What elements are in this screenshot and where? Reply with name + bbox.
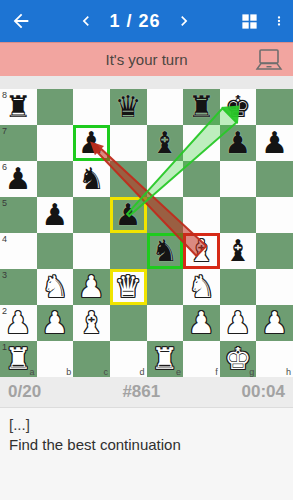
square-c4[interactable] xyxy=(73,233,110,269)
square-e7[interactable]: ♝ xyxy=(147,125,184,161)
square-f7[interactable] xyxy=(183,125,220,161)
square-g6[interactable] xyxy=(220,161,257,197)
square-a4[interactable]: 4 xyxy=(0,233,37,269)
square-f6[interactable] xyxy=(183,161,220,197)
turn-banner: It's your turn xyxy=(0,42,293,76)
file-label-b: b xyxy=(66,367,71,377)
white-knight-f3: ♞ xyxy=(183,269,220,305)
white-pawn-g2: ♟ xyxy=(220,305,257,341)
square-c1[interactable]: c xyxy=(73,341,110,377)
black-pawn-b5: ♟ xyxy=(37,197,74,233)
square-b2[interactable]: ♟ xyxy=(37,305,74,341)
white-pawn-f2: ♟ xyxy=(183,305,220,341)
square-d7[interactable] xyxy=(110,125,147,161)
file-label-c: c xyxy=(103,367,108,377)
overflow-menu-icon[interactable] xyxy=(273,11,285,31)
square-a3[interactable]: 3 xyxy=(0,269,37,305)
file-label-f: f xyxy=(215,367,218,377)
black-bishop-e7: ♝ xyxy=(147,125,184,161)
white-bishop-f4: ♝ xyxy=(183,233,220,269)
puzzle-navigation: 1 / 26 xyxy=(76,0,194,42)
file-label-d: d xyxy=(139,367,144,377)
square-b7[interactable] xyxy=(37,125,74,161)
square-e5[interactable] xyxy=(147,197,184,233)
instruction-text: Find the best continuation xyxy=(9,436,284,453)
square-g5[interactable] xyxy=(220,197,257,233)
black-queen-d8: ♛ xyxy=(110,89,147,125)
white-bishop-c2: ♝ xyxy=(73,305,110,341)
black-pawn-h7: ♟ xyxy=(256,125,293,161)
square-c5[interactable] xyxy=(73,197,110,233)
white-queen-d3: ♛ xyxy=(110,269,147,305)
chess-board: 8♜♛♜♚7♟♝♟♟6♟♞5♟♟4♞♝♝3♞♟♛♞2♟♟♝♟♟♟1a♜bcde♜… xyxy=(0,89,293,377)
square-d2[interactable] xyxy=(110,305,147,341)
square-d8[interactable]: ♛ xyxy=(110,89,147,125)
square-b1[interactable]: b xyxy=(37,341,74,377)
square-h6[interactable] xyxy=(256,161,293,197)
square-c3[interactable]: ♟ xyxy=(73,269,110,305)
square-b5[interactable]: ♟ xyxy=(37,197,74,233)
status-bar: 0/20 #861 00:04 xyxy=(0,377,293,408)
square-g2[interactable]: ♟ xyxy=(220,305,257,341)
black-king-g8: ♚ xyxy=(220,89,257,125)
app-toolbar: 1 / 26 xyxy=(0,0,293,42)
white-pawn-c3: ♟ xyxy=(73,269,110,305)
square-a2[interactable]: 2♟ xyxy=(0,305,37,341)
toolbar-actions xyxy=(240,0,285,42)
square-f2[interactable]: ♟ xyxy=(183,305,220,341)
square-e8[interactable] xyxy=(147,89,184,125)
square-b6[interactable] xyxy=(37,161,74,197)
square-h1[interactable]: h xyxy=(256,341,293,377)
black-pawn-a6: ♟ xyxy=(0,161,37,197)
square-f3[interactable]: ♞ xyxy=(183,269,220,305)
black-knight-c6: ♞ xyxy=(73,161,110,197)
square-f1[interactable]: f xyxy=(183,341,220,377)
square-g4[interactable]: ♝ xyxy=(220,233,257,269)
black-rook-a8: ♜ xyxy=(0,89,37,125)
puzzle-list-grid-icon[interactable] xyxy=(240,12,259,31)
square-f8[interactable]: ♜ xyxy=(183,89,220,125)
square-h7[interactable]: ♟ xyxy=(256,125,293,161)
square-a6[interactable]: 6♟ xyxy=(0,161,37,197)
black-pawn-g7: ♟ xyxy=(220,125,257,161)
square-c7[interactable]: ♟ xyxy=(73,125,110,161)
square-c8[interactable] xyxy=(73,89,110,125)
square-c2[interactable]: ♝ xyxy=(73,305,110,341)
rank-label-7: 7 xyxy=(2,126,7,136)
rank-label-4: 4 xyxy=(2,234,7,244)
square-a5[interactable]: 5 xyxy=(0,197,37,233)
square-g8[interactable]: ♚ xyxy=(220,89,257,125)
score-counter: 0/20 xyxy=(8,382,41,402)
square-h4[interactable] xyxy=(256,233,293,269)
white-king-g1: ♚ xyxy=(220,341,257,377)
back-icon[interactable] xyxy=(10,10,32,32)
square-e3[interactable] xyxy=(147,269,184,305)
square-b4[interactable] xyxy=(37,233,74,269)
timer: 00:04 xyxy=(242,382,285,402)
black-bishop-g4: ♝ xyxy=(220,233,257,269)
computer-engine-icon[interactable] xyxy=(254,48,284,72)
turn-banner-text: It's your turn xyxy=(105,51,187,68)
white-pawn-h2: ♟ xyxy=(256,305,293,341)
file-label-h: h xyxy=(286,367,291,377)
square-b3[interactable]: ♞ xyxy=(37,269,74,305)
square-g3[interactable] xyxy=(220,269,257,305)
black-knight-e4: ♞ xyxy=(147,233,184,269)
square-d3[interactable]: ♛ xyxy=(110,269,147,305)
square-f5[interactable] xyxy=(183,197,220,233)
square-a8[interactable]: 8♜ xyxy=(0,89,37,125)
next-puzzle-icon[interactable] xyxy=(174,11,194,31)
square-g1[interactable]: g♚ xyxy=(220,341,257,377)
square-d1[interactable]: d xyxy=(110,341,147,377)
white-knight-b3: ♞ xyxy=(37,269,74,305)
puzzle-counter: 1 / 26 xyxy=(109,11,160,32)
spacer-strip xyxy=(0,76,293,89)
square-h2[interactable]: ♟ xyxy=(256,305,293,341)
puzzle-id: #861 xyxy=(122,382,160,402)
move-list-placeholder: [...] xyxy=(9,416,284,433)
square-h3[interactable] xyxy=(256,269,293,305)
chess-tactics-app: 1 / 26 xyxy=(0,0,293,500)
square-d6[interactable] xyxy=(110,161,147,197)
square-e4[interactable]: ♞ xyxy=(147,233,184,269)
previous-puzzle-icon[interactable] xyxy=(76,11,96,31)
square-h8[interactable] xyxy=(256,89,293,125)
black-rook-f8: ♜ xyxy=(183,89,220,125)
square-e1[interactable]: e♜ xyxy=(147,341,184,377)
white-rook-a1: ♜ xyxy=(0,341,37,377)
square-b8[interactable] xyxy=(37,89,74,125)
white-pawn-a2: ♟ xyxy=(0,305,37,341)
black-pawn-c7: ♟ xyxy=(73,125,110,161)
square-e2[interactable] xyxy=(147,305,184,341)
square-d4[interactable] xyxy=(110,233,147,269)
black-pawn-d5: ♟ xyxy=(110,197,147,233)
square-c6[interactable]: ♞ xyxy=(73,161,110,197)
square-a7[interactable]: 7 xyxy=(0,125,37,161)
square-e6[interactable] xyxy=(147,161,184,197)
rank-label-3: 3 xyxy=(2,270,7,280)
square-a1[interactable]: 1a♜ xyxy=(0,341,37,377)
white-rook-e1: ♜ xyxy=(147,341,184,377)
square-d5[interactable]: ♟ xyxy=(110,197,147,233)
square-h5[interactable] xyxy=(256,197,293,233)
white-pawn-b2: ♟ xyxy=(37,305,74,341)
rank-label-5: 5 xyxy=(2,198,7,208)
square-f4[interactable]: ♝ xyxy=(183,233,220,269)
instruction-panel: [...] Find the best continuation xyxy=(0,408,293,500)
square-g7[interactable]: ♟ xyxy=(220,125,257,161)
